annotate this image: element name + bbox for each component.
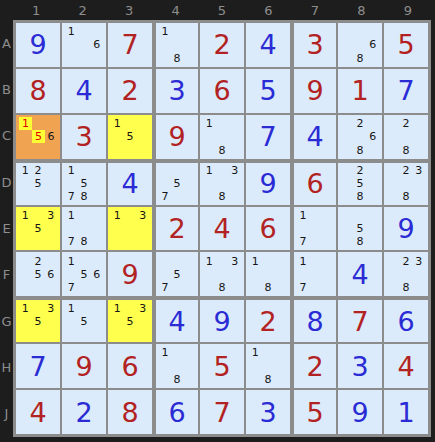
given-digit: 3 — [351, 353, 368, 380]
cell-H4[interactable]: 18 — [153, 343, 199, 389]
candidate-5: 5 — [78, 315, 91, 328]
cell-E6[interactable]: 6 — [245, 206, 291, 252]
cell-C5[interactable]: 18 — [199, 114, 245, 160]
candidate-3: 3 — [412, 165, 425, 178]
candidate-5: 5 — [171, 268, 183, 281]
row-label-F: F — [0, 252, 13, 298]
cell-F7[interactable]: 17 — [291, 251, 337, 297]
pencil-marks: 135 — [17, 208, 59, 250]
cell-F1[interactable]: 256 — [15, 251, 61, 297]
candidate-8: 8 — [171, 373, 183, 386]
candidate-1: 1 — [65, 254, 78, 267]
column-labels: 123456789 — [13, 0, 431, 20]
candidate-2: 2 — [400, 254, 413, 267]
cell-H5[interactable]: 5 — [199, 343, 245, 389]
cell-A2[interactable]: 16 — [61, 22, 107, 68]
pencil-marks: 17 — [295, 208, 335, 250]
cell-E1[interactable]: 135 — [15, 206, 61, 252]
cell-B4[interactable]: 3 — [153, 68, 199, 114]
candidate-1: 1 — [19, 302, 32, 315]
cell-B8[interactable]: 1 — [337, 68, 383, 114]
pencil-marks: 268 — [339, 116, 381, 158]
sudoku-board: 9167182436858423659171563159187426828125… — [13, 20, 431, 437]
candidate-1: 1 — [65, 165, 78, 178]
solved-digit: 8 — [121, 399, 138, 426]
candidate-8: 8 — [171, 52, 183, 65]
cell-G9[interactable]: 6 — [383, 297, 429, 343]
candidate-2: 2 — [32, 165, 45, 178]
given-digit: 5 — [259, 77, 276, 104]
cell-A4[interactable]: 18 — [153, 22, 199, 68]
cell-E8[interactable]: 58 — [337, 206, 383, 252]
cell-J1[interactable]: 4 — [15, 389, 61, 435]
row-label-E: E — [0, 205, 13, 251]
cell-F3[interactable]: 9 — [107, 251, 153, 297]
solved-digit: 6 — [306, 170, 323, 197]
pencil-marks: 138 — [201, 253, 243, 295]
candidate-1: 1 — [203, 165, 216, 178]
solved-digit: 6 — [121, 353, 138, 380]
candidate-3: 3 — [412, 254, 425, 267]
solved-digit: 3 — [75, 123, 92, 150]
pencil-marks: 68 — [339, 24, 381, 66]
candidate-8: 8 — [78, 190, 91, 203]
cell-J6[interactable]: 3 — [245, 389, 291, 435]
cell-F5[interactable]: 138 — [199, 251, 245, 297]
cell-A9[interactable]: 5 — [383, 22, 429, 68]
candidate-8: 8 — [216, 190, 229, 203]
candidate-3: 3 — [228, 254, 241, 267]
candidate-5: 5 — [354, 177, 367, 190]
candidate-6: 6 — [90, 38, 103, 51]
cell-D4[interactable]: 57 — [153, 160, 199, 206]
solved-digit: 4 — [397, 353, 414, 380]
candidate-1: 1 — [203, 254, 216, 267]
cell-H7[interactable]: 2 — [291, 343, 337, 389]
candidate-1: 1 — [159, 25, 171, 38]
pencil-marks: 57 — [157, 164, 197, 204]
pencil-marks: 16 — [63, 24, 105, 66]
candidate-8: 8 — [78, 235, 91, 248]
candidate-1: 1 — [159, 346, 171, 359]
cell-J5[interactable]: 7 — [199, 389, 245, 435]
cell-H2[interactable]: 9 — [61, 343, 107, 389]
cell-D9[interactable]: 238 — [383, 160, 429, 206]
candidate-2: 2 — [400, 165, 413, 178]
cell-F2[interactable]: 1567 — [61, 251, 107, 297]
candidate-1: 1 — [111, 209, 124, 222]
solved-digit: 2 — [259, 308, 276, 335]
row-label-A: A — [0, 20, 13, 66]
candidate-5: 5 — [124, 130, 137, 143]
given-digit: 3 — [168, 77, 185, 104]
given-digit: 9 — [397, 215, 414, 242]
cell-B2[interactable]: 4 — [61, 68, 107, 114]
pencil-marks: 18 — [201, 116, 243, 158]
solved-digit: 2 — [213, 31, 230, 58]
candidate-1: 1 — [65, 25, 78, 38]
cell-A1[interactable]: 9 — [15, 22, 61, 68]
pencil-marks: 238 — [385, 164, 427, 204]
candidate-5: 5 — [171, 177, 183, 190]
candidate-8: 8 — [216, 143, 229, 156]
pencil-marks: 125 — [17, 164, 59, 204]
candidate-7: 7 — [297, 281, 309, 294]
solved-digit: 7 — [121, 31, 138, 58]
cell-G4[interactable]: 4 — [153, 297, 199, 343]
cell-E2[interactable]: 178 — [61, 206, 107, 252]
cell-E4[interactable]: 2 — [153, 206, 199, 252]
given-digit: 9 — [213, 308, 230, 335]
candidate-2: 2 — [354, 165, 367, 178]
cell-D8[interactable]: 258 — [337, 160, 383, 206]
cell-G7[interactable]: 8 — [291, 297, 337, 343]
candidate-8: 8 — [400, 281, 413, 294]
cell-C4[interactable]: 9 — [153, 114, 199, 160]
cell-A5[interactable]: 2 — [199, 22, 245, 68]
solved-digit: 3 — [306, 31, 323, 58]
solved-digit: 9 — [121, 261, 138, 288]
cell-D3[interactable]: 4 — [107, 160, 153, 206]
given-digit: 6 — [397, 308, 414, 335]
given-digit: 4 — [351, 261, 368, 288]
candidate-5: 5 — [354, 222, 367, 235]
pencil-marks: 156 — [17, 116, 59, 158]
col-label-2: 2 — [59, 0, 105, 20]
solved-digit: 6 — [259, 215, 276, 242]
pencil-marks: 135 — [17, 301, 59, 341]
cell-J7[interactable]: 5 — [291, 389, 337, 435]
candidate-8: 8 — [354, 235, 367, 248]
candidate-2: 2 — [32, 254, 45, 267]
candidate-7: 7 — [297, 235, 309, 248]
candidate-5: 5 — [78, 177, 91, 190]
row-label-B: B — [0, 66, 13, 112]
candidate-7: 7 — [159, 190, 171, 203]
row-label-G: G — [0, 298, 13, 344]
cell-H9[interactable]: 4 — [383, 343, 429, 389]
cell-A6[interactable]: 4 — [245, 22, 291, 68]
pencil-marks: 57 — [157, 253, 197, 295]
row-label-H: H — [0, 344, 13, 390]
candidate-8: 8 — [354, 190, 367, 203]
candidate-2: 2 — [354, 117, 367, 130]
candidate-1: 1 — [65, 302, 78, 315]
cell-D1[interactable]: 125 — [15, 160, 61, 206]
candidate-1: 1 — [111, 117, 124, 130]
cell-J3[interactable]: 8 — [107, 389, 153, 435]
candidate-6: 6 — [90, 268, 103, 281]
col-label-6: 6 — [245, 0, 291, 20]
col-label-7: 7 — [292, 0, 338, 20]
pencil-marks: 18 — [157, 345, 197, 387]
pencil-marks: 28 — [385, 116, 427, 158]
candidate-1: 1 — [249, 346, 262, 359]
cell-J9[interactable]: 1 — [383, 389, 429, 435]
candidate-1: 1 — [297, 254, 309, 267]
cell-G2[interactable]: 15 — [61, 297, 107, 343]
candidate-3: 3 — [228, 165, 241, 178]
cell-F4[interactable]: 57 — [153, 251, 199, 297]
cell-H8[interactable]: 3 — [337, 343, 383, 389]
candidate-8: 8 — [400, 190, 413, 203]
col-label-5: 5 — [199, 0, 245, 20]
sudoku-app: 123456789 ABCDEFGHJ 91671824368584236591… — [0, 0, 435, 442]
given-digit: 9 — [259, 170, 276, 197]
given-digit: 4 — [306, 123, 323, 150]
cell-F6[interactable]: 18 — [245, 251, 291, 297]
col-label-1: 1 — [13, 0, 59, 20]
solved-digit: 2 — [306, 353, 323, 380]
candidate-8: 8 — [354, 52, 367, 65]
cell-F9[interactable]: 238 — [383, 251, 429, 297]
cell-G8[interactable]: 7 — [337, 297, 383, 343]
candidate-1: 1 — [111, 302, 124, 315]
candidate-8: 8 — [262, 373, 275, 386]
solved-digit: 5 — [397, 31, 414, 58]
cell-B6[interactable]: 5 — [245, 68, 291, 114]
candidate-3: 3 — [136, 302, 149, 315]
candidate-1: 1 — [297, 209, 309, 222]
pencil-marks: 135 — [109, 301, 151, 341]
pencil-marks: 18 — [247, 345, 289, 387]
given-digit: 1 — [397, 399, 414, 426]
col-label-3: 3 — [106, 0, 152, 20]
candidate-2: 2 — [400, 117, 413, 130]
solved-digit: 1 — [351, 77, 368, 104]
cell-D7[interactable]: 6 — [291, 160, 337, 206]
solved-digit: 7 — [213, 399, 230, 426]
given-digit: 7 — [259, 123, 276, 150]
cell-G3[interactable]: 135 — [107, 297, 153, 343]
solved-digit: 5 — [306, 399, 323, 426]
candidate-1: 1 — [19, 117, 32, 130]
candidate-5: 5 — [32, 315, 45, 328]
given-digit: 4 — [121, 170, 138, 197]
candidate-1: 1 — [19, 165, 32, 178]
candidate-3: 3 — [136, 209, 149, 222]
candidate-5: 5 — [32, 222, 45, 235]
solved-digit: 7 — [351, 308, 368, 335]
solved-digit: 4 — [213, 215, 230, 242]
solved-digit: 5 — [213, 353, 230, 380]
cell-J2[interactable]: 2 — [61, 389, 107, 435]
pencil-marks: 17 — [295, 253, 335, 295]
candidate-6: 6 — [44, 268, 57, 281]
given-digit: 7 — [29, 353, 46, 380]
cell-G6[interactable]: 2 — [245, 297, 291, 343]
candidate-7: 7 — [159, 281, 171, 294]
cell-A3[interactable]: 7 — [107, 22, 153, 68]
candidate-7: 7 — [65, 190, 78, 203]
cell-C3[interactable]: 15 — [107, 114, 153, 160]
cell-D6[interactable]: 9 — [245, 160, 291, 206]
cell-B9[interactable]: 7 — [383, 68, 429, 114]
solved-digit: 9 — [306, 77, 323, 104]
col-label-9: 9 — [385, 0, 431, 20]
pencil-marks: 256 — [17, 253, 59, 295]
cell-E5[interactable]: 4 — [199, 206, 245, 252]
candidate-6: 6 — [366, 38, 379, 51]
candidate-8: 8 — [354, 143, 367, 156]
candidate-1: 1 — [65, 209, 78, 222]
cell-C2[interactable]: 3 — [61, 114, 107, 160]
cell-H1[interactable]: 7 — [15, 343, 61, 389]
cell-A7[interactable]: 3 — [291, 22, 337, 68]
candidate-6: 6 — [366, 130, 379, 143]
cell-G5[interactable]: 9 — [199, 297, 245, 343]
solved-digit: 6 — [213, 77, 230, 104]
cell-C8[interactable]: 268 — [337, 114, 383, 160]
cell-D2[interactable]: 1578 — [61, 160, 107, 206]
pencil-marks: 178 — [63, 208, 105, 250]
pencil-marks: 13 — [109, 208, 151, 250]
pencil-marks: 18 — [157, 24, 197, 66]
cell-C9[interactable]: 28 — [383, 114, 429, 160]
row-labels: ABCDEFGHJ — [0, 20, 13, 437]
cell-J8[interactable]: 9 — [337, 389, 383, 435]
given-digit: 9 — [29, 31, 46, 58]
pencil-marks: 15 — [63, 301, 105, 341]
candidate-5: 5 — [124, 315, 137, 328]
pencil-marks: 58 — [339, 208, 381, 250]
candidate-3: 3 — [44, 209, 57, 222]
pencil-marks: 1578 — [63, 164, 105, 204]
candidate-7: 7 — [65, 235, 78, 248]
pencil-marks: 138 — [201, 164, 243, 204]
cell-F8[interactable]: 4 — [337, 251, 383, 297]
given-digit: 8 — [306, 308, 323, 335]
candidate-5: 5 — [32, 268, 45, 281]
cell-B5[interactable]: 6 — [199, 68, 245, 114]
cell-C6[interactable]: 7 — [245, 114, 291, 160]
cell-H6[interactable]: 18 — [245, 343, 291, 389]
pencil-marks: 18 — [247, 253, 289, 295]
cell-A8[interactable]: 68 — [337, 22, 383, 68]
cell-G1[interactable]: 135 — [15, 297, 61, 343]
given-digit: 4 — [168, 308, 185, 335]
candidate-3: 3 — [44, 302, 57, 315]
given-digit: 7 — [397, 77, 414, 104]
cell-B7[interactable]: 9 — [291, 68, 337, 114]
solved-digit: 4 — [29, 399, 46, 426]
candidate-1: 1 — [249, 254, 262, 267]
pencil-marks: 258 — [339, 164, 381, 204]
candidate-7: 7 — [65, 281, 78, 294]
cell-H3[interactable]: 6 — [107, 343, 153, 389]
row-label-D: D — [0, 159, 13, 205]
candidate-1: 1 — [19, 209, 32, 222]
solved-digit: 2 — [121, 77, 138, 104]
given-digit: 9 — [351, 399, 368, 426]
candidate-6: 6 — [45, 130, 57, 143]
solved-digit: 9 — [75, 353, 92, 380]
cell-B1[interactable]: 8 — [15, 68, 61, 114]
candidate-8: 8 — [262, 281, 275, 294]
row-label-J: J — [0, 391, 13, 437]
given-digit: 4 — [259, 31, 276, 58]
candidate-5: 5 — [78, 268, 91, 281]
candidate-8: 8 — [400, 143, 413, 156]
candidate-1: 1 — [203, 117, 216, 130]
solved-digit: 9 — [168, 123, 185, 150]
candidate-8: 8 — [216, 281, 229, 294]
cell-E7[interactable]: 17 — [291, 206, 337, 252]
cell-B3[interactable]: 2 — [107, 68, 153, 114]
cell-C7[interactable]: 4 — [291, 114, 337, 160]
row-label-C: C — [0, 113, 13, 159]
solved-digit: 2 — [168, 215, 185, 242]
pencil-marks: 1567 — [63, 253, 105, 295]
cell-E3[interactable]: 13 — [107, 206, 153, 252]
cell-J4[interactable]: 6 — [153, 389, 199, 435]
given-digit: 6 — [168, 399, 185, 426]
col-label-4: 4 — [152, 0, 198, 20]
pencil-marks: 15 — [109, 116, 151, 158]
candidate-5: 5 — [32, 177, 45, 190]
given-digit: 2 — [75, 399, 92, 426]
given-digit: 4 — [75, 77, 92, 104]
cell-C1[interactable]: 156 — [15, 114, 61, 160]
given-digit: 3 — [259, 399, 276, 426]
col-label-8: 8 — [338, 0, 384, 20]
cell-D5[interactable]: 138 — [199, 160, 245, 206]
candidate-5: 5 — [32, 130, 45, 143]
solved-digit: 8 — [29, 77, 46, 104]
cell-E9[interactable]: 9 — [383, 206, 429, 252]
pencil-marks: 238 — [385, 253, 427, 295]
